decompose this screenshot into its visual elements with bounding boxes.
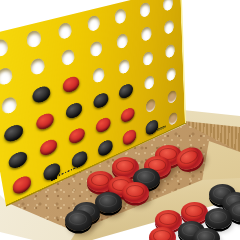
board-disc-black-c5r4[interactable]	[119, 82, 133, 100]
board-cell-empty-c4r3[interactable]	[92, 66, 105, 84]
board-cell-empty-c2r1[interactable]	[25, 28, 42, 48]
board-disc-black-c1r5[interactable]	[8, 149, 28, 170]
board-disc-red-c3r3[interactable]	[62, 75, 79, 95]
board-disc-red-c5r5[interactable]	[121, 106, 135, 124]
board-cell-empty-c4r1[interactable]	[87, 14, 101, 32]
brand-embossed-icon	[157, 124, 167, 131]
board-cell-empty-c7r5[interactable]	[167, 89, 177, 105]
board-cell-empty-c4r2[interactable]	[89, 40, 103, 58]
board-cell-empty-c6r1[interactable]	[139, 1, 151, 18]
board-cell-empty-c1r3[interactable]	[0, 95, 18, 115]
board-disc-red-c2r4[interactable]	[36, 111, 54, 131]
board-cell-empty-c6r5[interactable]	[145, 97, 156, 113]
loose-disc-red[interactable]	[122, 182, 149, 203]
board-cell-empty-c6r3[interactable]	[142, 51, 153, 67]
board-cell-empty-c5r3[interactable]	[118, 58, 130, 75]
board-cell-empty-c7r1[interactable]	[163, 0, 174, 11]
board-disc-red-c3r5[interactable]	[69, 126, 85, 145]
board-disc-red-c1r6[interactable]	[12, 174, 31, 195]
board-disc-red-c5r6[interactable]	[123, 128, 137, 146]
board-disc-red-c4r5[interactable]	[96, 115, 111, 134]
board-cell-empty-c1r1[interactable]	[0, 37, 9, 58]
board-disc-black-c6r6[interactable]	[146, 119, 158, 136]
board-cell-empty-c2r2[interactable]	[29, 57, 45, 76]
board-cell-empty-c6r2[interactable]	[141, 26, 152, 43]
photo-scene	[0, 0, 240, 240]
board-disc-black-c1r4[interactable]	[3, 122, 23, 143]
loose-disc-black[interactable]	[65, 210, 92, 231]
board-disc-black-c2r3[interactable]	[32, 84, 51, 105]
board-cell-empty-c7r3[interactable]	[165, 43, 175, 59]
board-cell-empty-c7r4[interactable]	[166, 66, 176, 82]
board-disc-black-c3r4[interactable]	[66, 101, 83, 121]
loose-disc-red[interactable]	[181, 202, 208, 223]
board-cell-empty-c7r2[interactable]	[164, 20, 175, 36]
board-cell-empty-c3r2[interactable]	[60, 49, 75, 68]
board-cell-empty-c7r6[interactable]	[168, 110, 178, 126]
board-disc-black-c4r6[interactable]	[98, 139, 113, 158]
board-cell-empty-c6r4[interactable]	[144, 74, 155, 90]
board-cell-empty-c5r1[interactable]	[114, 7, 127, 24]
loose-disc-black[interactable]	[205, 208, 232, 229]
board-cell-empty-c5r2[interactable]	[116, 33, 129, 50]
board-cell-empty-c1r2[interactable]	[0, 67, 14, 87]
board-disc-black-c4r4[interactable]	[93, 91, 108, 110]
board-cell-empty-c3r1[interactable]	[57, 21, 72, 40]
board-disc-red-c2r5[interactable]	[39, 137, 57, 157]
